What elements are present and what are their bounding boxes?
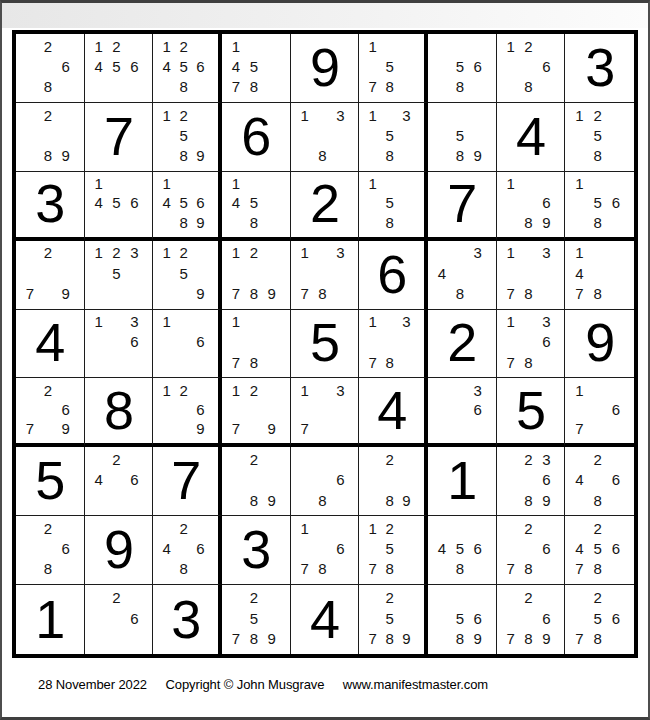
pencil-marks: 289 bbox=[227, 449, 281, 510]
empty-candidate bbox=[245, 174, 263, 193]
empty-candidate bbox=[158, 125, 175, 145]
cell-r5c4[interactable]: 178 bbox=[222, 310, 291, 379]
empty-candidate bbox=[364, 608, 381, 629]
cell-r4c8[interactable]: 1378 bbox=[497, 241, 566, 310]
empty-candidate bbox=[398, 539, 415, 559]
empty-candidate bbox=[263, 212, 281, 231]
cell-r2c6[interactable]: 1358 bbox=[359, 103, 428, 172]
cell-r4c2[interactable]: 1235 bbox=[85, 241, 154, 310]
cell-r6c7[interactable]: 36 bbox=[428, 378, 497, 447]
empty-candidate bbox=[469, 125, 487, 145]
cell-r6c9[interactable]: 167 bbox=[565, 378, 634, 447]
empty-candidate bbox=[21, 125, 39, 145]
candidate-5: 5 bbox=[451, 56, 469, 76]
cell-r5c2[interactable]: 136 bbox=[85, 310, 154, 379]
pencil-marks: 1568 bbox=[570, 174, 625, 232]
cell-r6c6[interactable]: 4 bbox=[359, 378, 428, 447]
cell-r6c3[interactable]: 1269 bbox=[153, 378, 222, 447]
empty-candidate bbox=[570, 400, 588, 419]
empty-candidate bbox=[520, 539, 538, 559]
cell-r9c1[interactable]: 1 bbox=[16, 585, 85, 654]
solved-digit: 6 bbox=[241, 109, 270, 163]
empty-candidate bbox=[537, 352, 555, 372]
cell-r6c1[interactable]: 2679 bbox=[16, 378, 85, 447]
candidate-2: 2 bbox=[175, 105, 192, 125]
empty-candidate bbox=[502, 449, 520, 469]
cell-r4c4[interactable]: 12789 bbox=[222, 241, 291, 310]
empty-candidate bbox=[502, 518, 520, 538]
candidate-6: 6 bbox=[125, 56, 143, 76]
empty-candidate bbox=[175, 283, 192, 303]
candidate-8: 8 bbox=[381, 145, 398, 165]
pencil-marks: 25678 bbox=[570, 587, 625, 649]
cell-r2c1[interactable]: 289 bbox=[16, 103, 85, 172]
candidate-8: 8 bbox=[451, 145, 469, 165]
empty-candidate bbox=[108, 352, 126, 372]
candidate-9: 9 bbox=[57, 283, 75, 303]
empty-candidate bbox=[331, 419, 349, 438]
cell-r9c6[interactable]: 25789 bbox=[359, 585, 428, 654]
cell-r6c2[interactable]: 8 bbox=[85, 378, 154, 447]
candidate-1: 1 bbox=[158, 105, 175, 125]
cell-r1c5[interactable]: 9 bbox=[291, 34, 360, 103]
empty-candidate bbox=[39, 400, 57, 419]
candidate-6: 6 bbox=[607, 193, 625, 212]
empty-candidate bbox=[502, 56, 520, 76]
empty-candidate bbox=[433, 243, 451, 263]
cell-r7c9[interactable]: 2468 bbox=[565, 447, 634, 516]
empty-candidate bbox=[296, 490, 314, 510]
cell-r4c9[interactable]: 1478 bbox=[565, 241, 634, 310]
cell-r7c2[interactable]: 246 bbox=[85, 447, 154, 516]
cell-r2c2[interactable]: 7 bbox=[85, 103, 154, 172]
candidate-1: 1 bbox=[364, 518, 381, 538]
candidate-8: 8 bbox=[381, 628, 398, 649]
cell-r9c3[interactable]: 3 bbox=[153, 585, 222, 654]
empty-candidate bbox=[502, 77, 520, 97]
empty-candidate bbox=[502, 490, 520, 510]
cell-r9c7[interactable]: 5689 bbox=[428, 585, 497, 654]
empty-candidate bbox=[158, 518, 175, 538]
cell-r9c8[interactable]: 26789 bbox=[497, 585, 566, 654]
cell-r1c1[interactable]: 268 bbox=[16, 34, 85, 103]
empty-candidate bbox=[108, 628, 126, 649]
candidate-8: 8 bbox=[381, 490, 398, 510]
cell-r3c2[interactable]: 1456 bbox=[85, 172, 154, 241]
empty-candidate bbox=[245, 312, 263, 332]
empty-candidate bbox=[158, 283, 175, 303]
candidate-8: 8 bbox=[245, 212, 263, 231]
cell-r3c9[interactable]: 1568 bbox=[565, 172, 634, 241]
candidate-1: 1 bbox=[502, 312, 520, 332]
empty-candidate bbox=[607, 243, 625, 263]
candidate-7: 7 bbox=[227, 283, 245, 303]
solved-digit: 4 bbox=[516, 109, 545, 163]
empty-candidate bbox=[520, 56, 538, 76]
cell-r7c4[interactable]: 289 bbox=[222, 447, 291, 516]
candidate-9: 9 bbox=[537, 490, 555, 510]
empty-candidate bbox=[398, 77, 415, 97]
candidate-8: 8 bbox=[314, 145, 332, 165]
cell-r8c2[interactable]: 9 bbox=[85, 516, 154, 585]
cell-r4c6[interactable]: 6 bbox=[359, 241, 428, 310]
candidate-6: 6 bbox=[607, 470, 625, 490]
solved-digit: 1 bbox=[447, 453, 476, 507]
empty-candidate bbox=[263, 332, 281, 352]
empty-candidate bbox=[125, 77, 143, 97]
empty-candidate bbox=[158, 77, 175, 97]
empty-candidate bbox=[90, 628, 108, 649]
cell-r4c5[interactable]: 1378 bbox=[291, 241, 360, 310]
empty-candidate bbox=[589, 174, 607, 193]
solved-digit: 2 bbox=[310, 176, 339, 230]
cell-r3c5[interactable]: 2 bbox=[291, 172, 360, 241]
candidate-7: 7 bbox=[21, 419, 39, 438]
empty-candidate bbox=[21, 539, 39, 559]
candidate-5: 5 bbox=[245, 608, 263, 629]
empty-candidate bbox=[245, 419, 263, 438]
candidate-2: 2 bbox=[381, 518, 398, 538]
candidate-3: 3 bbox=[125, 312, 143, 332]
candidate-4: 4 bbox=[158, 56, 175, 76]
cell-r2c9[interactable]: 1258 bbox=[565, 103, 634, 172]
empty-candidate bbox=[433, 105, 451, 125]
pencil-marks: 2468 bbox=[570, 449, 625, 510]
candidate-2: 2 bbox=[108, 449, 126, 469]
candidate-3: 3 bbox=[331, 243, 349, 263]
candidate-7: 7 bbox=[296, 419, 314, 438]
empty-candidate bbox=[227, 470, 245, 490]
empty-candidate bbox=[263, 608, 281, 629]
candidate-2: 2 bbox=[245, 380, 263, 399]
pencil-marks: 4568 bbox=[433, 518, 487, 579]
empty-candidate bbox=[537, 36, 555, 56]
pencil-marks: 568 bbox=[433, 36, 487, 97]
cell-r2c3[interactable]: 12589 bbox=[153, 103, 222, 172]
candidate-5: 5 bbox=[381, 608, 398, 629]
cell-r2c7[interactable]: 589 bbox=[428, 103, 497, 172]
cell-r8c9[interactable]: 245678 bbox=[565, 516, 634, 585]
pencil-marks: 268 bbox=[21, 518, 75, 579]
cell-r1c6[interactable]: 1578 bbox=[359, 34, 428, 103]
empty-candidate bbox=[108, 312, 126, 332]
pencil-marks: 23689 bbox=[502, 449, 556, 510]
empty-candidate bbox=[331, 125, 349, 145]
cell-r9c2[interactable]: 26 bbox=[85, 585, 154, 654]
empty-candidate bbox=[296, 145, 314, 165]
cell-r5c6[interactable]: 1378 bbox=[359, 310, 428, 379]
cell-r8c6[interactable]: 12578 bbox=[359, 516, 428, 585]
pencil-marks: 26 bbox=[90, 587, 144, 649]
candidate-6: 6 bbox=[57, 400, 75, 419]
pencil-marks: 136 bbox=[90, 312, 144, 373]
candidate-1: 1 bbox=[502, 36, 520, 56]
empty-candidate bbox=[90, 283, 108, 303]
pencil-marks: 1268 bbox=[502, 36, 556, 97]
empty-candidate bbox=[607, 174, 625, 193]
empty-candidate bbox=[158, 419, 175, 438]
candidate-9: 9 bbox=[57, 145, 75, 165]
empty-candidate bbox=[469, 105, 487, 125]
candidate-6: 6 bbox=[537, 332, 555, 352]
empty-candidate bbox=[192, 174, 209, 193]
empty-candidate bbox=[21, 400, 39, 419]
empty-candidate bbox=[158, 332, 175, 352]
candidate-6: 6 bbox=[57, 539, 75, 559]
empty-candidate bbox=[364, 125, 381, 145]
candidate-3: 3 bbox=[398, 105, 415, 125]
empty-candidate bbox=[451, 105, 469, 125]
candidate-5: 5 bbox=[381, 193, 398, 212]
candidate-5: 5 bbox=[175, 263, 192, 283]
pencil-marks: 1258 bbox=[570, 105, 625, 166]
candidate-9: 9 bbox=[192, 145, 209, 165]
cell-r3c1[interactable]: 3 bbox=[16, 172, 85, 241]
cell-r4c3[interactable]: 1259 bbox=[153, 241, 222, 310]
empty-candidate bbox=[314, 449, 332, 469]
cell-r1c4[interactable]: 14578 bbox=[222, 34, 291, 103]
empty-candidate bbox=[21, 518, 39, 538]
empty-candidate bbox=[90, 77, 108, 97]
cell-r8c1[interactable]: 268 bbox=[16, 516, 85, 585]
empty-candidate bbox=[469, 77, 487, 97]
solved-digit: 4 bbox=[35, 315, 64, 369]
pencil-marks: 25789 bbox=[364, 587, 415, 649]
empty-candidate bbox=[227, 212, 245, 231]
cell-r5c5[interactable]: 5 bbox=[291, 310, 360, 379]
candidate-2: 2 bbox=[381, 449, 398, 469]
pencil-marks: 1269 bbox=[158, 380, 209, 438]
cell-r1c9[interactable]: 3 bbox=[565, 34, 634, 103]
candidate-9: 9 bbox=[398, 490, 415, 510]
empty-candidate bbox=[57, 263, 75, 283]
cell-r3c3[interactable]: 145689 bbox=[153, 172, 222, 241]
empty-candidate bbox=[39, 283, 57, 303]
candidate-9: 9 bbox=[263, 283, 281, 303]
candidate-2: 2 bbox=[589, 105, 607, 125]
empty-candidate bbox=[227, 400, 245, 419]
empty-candidate bbox=[433, 145, 451, 165]
empty-candidate bbox=[263, 56, 281, 76]
pencil-marks: 289 bbox=[21, 105, 75, 166]
empty-candidate bbox=[381, 105, 398, 125]
candidate-5: 5 bbox=[175, 56, 192, 76]
candidate-3: 3 bbox=[537, 449, 555, 469]
candidate-3: 3 bbox=[331, 380, 349, 399]
cell-r1c7[interactable]: 568 bbox=[428, 34, 497, 103]
candidate-6: 6 bbox=[537, 56, 555, 76]
candidate-1: 1 bbox=[90, 312, 108, 332]
empty-candidate bbox=[469, 263, 487, 283]
cell-r3c6[interactable]: 158 bbox=[359, 172, 428, 241]
cell-r1c2[interactable]: 12456 bbox=[85, 34, 154, 103]
empty-candidate bbox=[125, 587, 143, 608]
cell-r3c4[interactable]: 1458 bbox=[222, 172, 291, 241]
empty-candidate bbox=[108, 174, 126, 193]
candidate-7: 7 bbox=[502, 559, 520, 579]
pencil-marks: 348 bbox=[433, 243, 487, 304]
candidate-8: 8 bbox=[451, 628, 469, 649]
cell-r5c1[interactable]: 4 bbox=[16, 310, 85, 379]
candidate-7: 7 bbox=[227, 77, 245, 97]
empty-candidate bbox=[296, 539, 314, 559]
cell-r9c9[interactable]: 25678 bbox=[565, 585, 634, 654]
cell-r1c8[interactable]: 1268 bbox=[497, 34, 566, 103]
candidate-1: 1 bbox=[227, 243, 245, 263]
candidate-8: 8 bbox=[520, 490, 538, 510]
empty-candidate bbox=[314, 400, 332, 419]
cell-r8c5[interactable]: 1678 bbox=[291, 516, 360, 585]
candidate-2: 2 bbox=[589, 587, 607, 608]
empty-candidate bbox=[192, 77, 209, 97]
empty-candidate bbox=[331, 490, 349, 510]
empty-candidate bbox=[381, 470, 398, 490]
cell-r7c1[interactable]: 5 bbox=[16, 447, 85, 516]
empty-candidate bbox=[21, 105, 39, 125]
candidate-4: 4 bbox=[227, 56, 245, 76]
empty-candidate bbox=[502, 193, 520, 212]
empty-candidate bbox=[331, 518, 349, 538]
cell-r6c5[interactable]: 137 bbox=[291, 378, 360, 447]
candidate-4: 4 bbox=[570, 470, 588, 490]
candidate-1: 1 bbox=[158, 174, 175, 193]
cell-r2c5[interactable]: 138 bbox=[291, 103, 360, 172]
empty-candidate bbox=[90, 212, 108, 231]
candidate-1: 1 bbox=[158, 243, 175, 263]
candidate-5: 5 bbox=[245, 56, 263, 76]
cell-r8c8[interactable]: 2678 bbox=[497, 516, 566, 585]
candidate-7: 7 bbox=[364, 77, 381, 97]
empty-candidate bbox=[227, 332, 245, 352]
pencil-marks: 124568 bbox=[158, 36, 209, 97]
candidate-5: 5 bbox=[245, 193, 263, 212]
empty-candidate bbox=[57, 77, 75, 97]
cell-r6c4[interactable]: 1279 bbox=[222, 378, 291, 447]
empty-candidate bbox=[537, 587, 555, 608]
empty-candidate bbox=[125, 449, 143, 469]
empty-candidate bbox=[227, 263, 245, 283]
empty-candidate bbox=[589, 419, 607, 438]
candidate-6: 6 bbox=[607, 400, 625, 419]
candidate-1: 1 bbox=[570, 174, 588, 193]
cell-r1c3[interactable]: 124568 bbox=[153, 34, 222, 103]
pencil-marks: 1235 bbox=[90, 243, 144, 304]
candidate-1: 1 bbox=[364, 174, 381, 193]
candidate-5: 5 bbox=[589, 608, 607, 629]
cell-r9c5[interactable]: 4 bbox=[291, 585, 360, 654]
empty-candidate bbox=[296, 470, 314, 490]
footer-date: 28 November 2022 bbox=[38, 677, 147, 692]
empty-candidate bbox=[331, 263, 349, 283]
pencil-marks: 158 bbox=[364, 174, 415, 232]
cell-r8c7[interactable]: 4568 bbox=[428, 516, 497, 585]
cell-r4c7[interactable]: 348 bbox=[428, 241, 497, 310]
cell-r7c5[interactable]: 68 bbox=[291, 447, 360, 516]
candidate-8: 8 bbox=[381, 559, 398, 579]
candidate-4: 4 bbox=[90, 193, 108, 212]
cell-r8c4[interactable]: 3 bbox=[222, 516, 291, 585]
empty-candidate bbox=[520, 243, 538, 263]
candidate-2: 2 bbox=[520, 449, 538, 469]
cell-r2c8[interactable]: 4 bbox=[497, 103, 566, 172]
candidate-8: 8 bbox=[589, 212, 607, 231]
candidate-7: 7 bbox=[296, 559, 314, 579]
candidate-5: 5 bbox=[175, 193, 192, 212]
cell-r9c4[interactable]: 25789 bbox=[222, 585, 291, 654]
cell-r8c3[interactable]: 2468 bbox=[153, 516, 222, 585]
empty-candidate bbox=[314, 539, 332, 559]
cell-r7c6[interactable]: 289 bbox=[359, 447, 428, 516]
cell-r5c8[interactable]: 13678 bbox=[497, 310, 566, 379]
empty-candidate bbox=[192, 380, 209, 399]
empty-candidate bbox=[364, 145, 381, 165]
empty-candidate bbox=[175, 352, 192, 372]
cell-r7c7[interactable]: 1 bbox=[428, 447, 497, 516]
empty-candidate bbox=[537, 283, 555, 303]
cell-r7c3[interactable]: 7 bbox=[153, 447, 222, 516]
pencil-marks: 138 bbox=[296, 105, 350, 166]
cell-r3c8[interactable]: 1689 bbox=[497, 172, 566, 241]
empty-candidate bbox=[175, 539, 192, 559]
pencil-marks: 589 bbox=[433, 105, 487, 166]
candidate-9: 9 bbox=[537, 628, 555, 649]
candidate-8: 8 bbox=[451, 283, 469, 303]
candidate-5: 5 bbox=[451, 125, 469, 145]
empty-candidate bbox=[502, 212, 520, 231]
empty-candidate bbox=[607, 419, 625, 438]
cell-r5c9[interactable]: 9 bbox=[565, 310, 634, 379]
empty-candidate bbox=[125, 283, 143, 303]
cell-r5c3[interactable]: 16 bbox=[153, 310, 222, 379]
candidate-8: 8 bbox=[314, 283, 332, 303]
empty-candidate bbox=[398, 36, 415, 56]
candidate-7: 7 bbox=[21, 283, 39, 303]
empty-candidate bbox=[364, 539, 381, 559]
empty-candidate bbox=[39, 263, 57, 283]
candidate-9: 9 bbox=[263, 628, 281, 649]
cell-r6c8[interactable]: 5 bbox=[497, 378, 566, 447]
empty-candidate bbox=[520, 332, 538, 352]
candidate-3: 3 bbox=[331, 105, 349, 125]
cell-r7c8[interactable]: 23689 bbox=[497, 447, 566, 516]
candidate-1: 1 bbox=[227, 174, 245, 193]
empty-candidate bbox=[469, 518, 487, 538]
candidate-8: 8 bbox=[175, 77, 192, 97]
candidate-2: 2 bbox=[39, 380, 57, 399]
empty-candidate bbox=[607, 628, 625, 649]
empty-candidate bbox=[398, 559, 415, 579]
cell-r4c1[interactable]: 279 bbox=[16, 241, 85, 310]
pencil-marks: 1378 bbox=[502, 243, 556, 304]
pencil-marks: 1259 bbox=[158, 243, 209, 304]
empty-candidate bbox=[158, 212, 175, 231]
empty-candidate bbox=[502, 587, 520, 608]
candidate-2: 2 bbox=[39, 518, 57, 538]
empty-candidate bbox=[607, 145, 625, 165]
cell-r2c4[interactable]: 6 bbox=[222, 103, 291, 172]
empty-candidate bbox=[398, 449, 415, 469]
candidate-7: 7 bbox=[570, 419, 588, 438]
cell-r3c7[interactable]: 7 bbox=[428, 172, 497, 241]
empty-candidate bbox=[175, 174, 192, 193]
empty-candidate bbox=[570, 212, 588, 231]
solved-digit: 3 bbox=[241, 522, 270, 576]
empty-candidate bbox=[433, 283, 451, 303]
empty-candidate bbox=[398, 470, 415, 490]
empty-candidate bbox=[314, 380, 332, 399]
empty-candidate bbox=[39, 56, 57, 76]
cell-r5c7[interactable]: 2 bbox=[428, 310, 497, 379]
